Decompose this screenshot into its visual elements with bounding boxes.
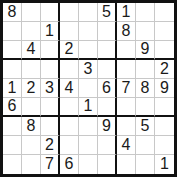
cell-r7c9[interactable] bbox=[155, 117, 174, 136]
cell-r3c1[interactable] bbox=[3, 41, 22, 60]
cell-r3c8: 9 bbox=[136, 41, 155, 60]
cell-r3c3[interactable] bbox=[41, 41, 60, 60]
cell-r4c2[interactable] bbox=[22, 60, 41, 79]
cell-r9c7[interactable] bbox=[117, 155, 136, 174]
cell-r5c4: 4 bbox=[60, 79, 79, 98]
cell-r7c6: 9 bbox=[98, 117, 117, 136]
cell-r3c4: 2 bbox=[60, 41, 79, 60]
cell-r8c4[interactable] bbox=[60, 136, 79, 155]
cell-r4c5: 3 bbox=[79, 60, 98, 79]
cell-r7c2: 8 bbox=[22, 117, 41, 136]
cell-r2c4[interactable] bbox=[60, 22, 79, 41]
cell-r3c9[interactable] bbox=[155, 41, 174, 60]
cell-r9c3: 7 bbox=[41, 155, 60, 174]
cell-r1c7: 1 bbox=[117, 3, 136, 22]
cell-r5c2: 2 bbox=[22, 79, 41, 98]
cell-r9c8[interactable] bbox=[136, 155, 155, 174]
cell-r5c1: 1 bbox=[3, 79, 22, 98]
cell-r6c3[interactable] bbox=[41, 98, 60, 117]
cell-r2c9[interactable] bbox=[155, 22, 174, 41]
cell-r4c9: 2 bbox=[155, 60, 174, 79]
cell-r1c2[interactable] bbox=[22, 3, 41, 22]
cell-r6c8[interactable] bbox=[136, 98, 155, 117]
cell-r9c2[interactable] bbox=[22, 155, 41, 174]
cell-r8c2[interactable] bbox=[22, 136, 41, 155]
cell-r9c4: 6 bbox=[60, 155, 79, 174]
cell-r6c1: 6 bbox=[3, 98, 22, 117]
cell-r5c7: 7 bbox=[117, 79, 136, 98]
cell-r5c6: 6 bbox=[98, 79, 117, 98]
cell-r8c1[interactable] bbox=[3, 136, 22, 155]
cell-r5c5[interactable] bbox=[79, 79, 98, 98]
cell-r5c8: 8 bbox=[136, 79, 155, 98]
cell-r2c3: 1 bbox=[41, 22, 60, 41]
cell-r6c6[interactable] bbox=[98, 98, 117, 117]
cell-r2c6[interactable] bbox=[98, 22, 117, 41]
cell-r6c5: 1 bbox=[79, 98, 98, 117]
cell-r6c2[interactable] bbox=[22, 98, 41, 117]
cell-r7c7[interactable] bbox=[117, 117, 136, 136]
cell-r8c3: 2 bbox=[41, 136, 60, 155]
cell-r2c1[interactable] bbox=[3, 22, 22, 41]
cell-r2c7: 8 bbox=[117, 22, 136, 41]
cell-r4c1[interactable] bbox=[3, 60, 22, 79]
cell-r7c3[interactable] bbox=[41, 117, 60, 136]
cell-r9c6[interactable] bbox=[98, 155, 117, 174]
cell-r4c4[interactable] bbox=[60, 60, 79, 79]
cell-r2c5[interactable] bbox=[79, 22, 98, 41]
cell-r3c5[interactable] bbox=[79, 41, 98, 60]
cell-r9c1[interactable] bbox=[3, 155, 22, 174]
cell-r3c2: 4 bbox=[22, 41, 41, 60]
cell-r7c8: 5 bbox=[136, 117, 155, 136]
cell-r5c9: 9 bbox=[155, 79, 174, 98]
cell-r1c6: 5 bbox=[98, 3, 117, 22]
cell-r3c6[interactable] bbox=[98, 41, 117, 60]
cell-r5c3: 3 bbox=[41, 79, 60, 98]
cell-r7c5[interactable] bbox=[79, 117, 98, 136]
cell-r6c4[interactable] bbox=[60, 98, 79, 117]
cell-r1c3[interactable] bbox=[41, 3, 60, 22]
cell-r8c9[interactable] bbox=[155, 136, 174, 155]
cell-r8c8[interactable] bbox=[136, 136, 155, 155]
cell-r4c8[interactable] bbox=[136, 60, 155, 79]
cell-r1c8[interactable] bbox=[136, 3, 155, 22]
cell-r2c8[interactable] bbox=[136, 22, 155, 41]
cell-r2c2[interactable] bbox=[22, 22, 41, 41]
cell-r9c9: 1 bbox=[155, 155, 174, 174]
cell-r3c7[interactable] bbox=[117, 41, 136, 60]
cell-r7c1[interactable] bbox=[3, 117, 22, 136]
cell-r1c9[interactable] bbox=[155, 3, 174, 22]
cell-r4c7[interactable] bbox=[117, 60, 136, 79]
cell-r6c7[interactable] bbox=[117, 98, 136, 117]
cell-r9c5[interactable] bbox=[79, 155, 98, 174]
cell-r8c5[interactable] bbox=[79, 136, 98, 155]
cell-r4c6[interactable] bbox=[98, 60, 117, 79]
cell-r6c9[interactable] bbox=[155, 98, 174, 117]
cell-r7c4[interactable] bbox=[60, 117, 79, 136]
cell-r1c5[interactable] bbox=[79, 3, 98, 22]
sudoku-board: 8511842932123467896189524761 bbox=[0, 0, 177, 177]
cell-r4c3[interactable] bbox=[41, 60, 60, 79]
cell-r1c4[interactable] bbox=[60, 3, 79, 22]
cell-r8c6[interactable] bbox=[98, 136, 117, 155]
cell-r8c7: 4 bbox=[117, 136, 136, 155]
cell-r1c1: 8 bbox=[3, 3, 22, 22]
